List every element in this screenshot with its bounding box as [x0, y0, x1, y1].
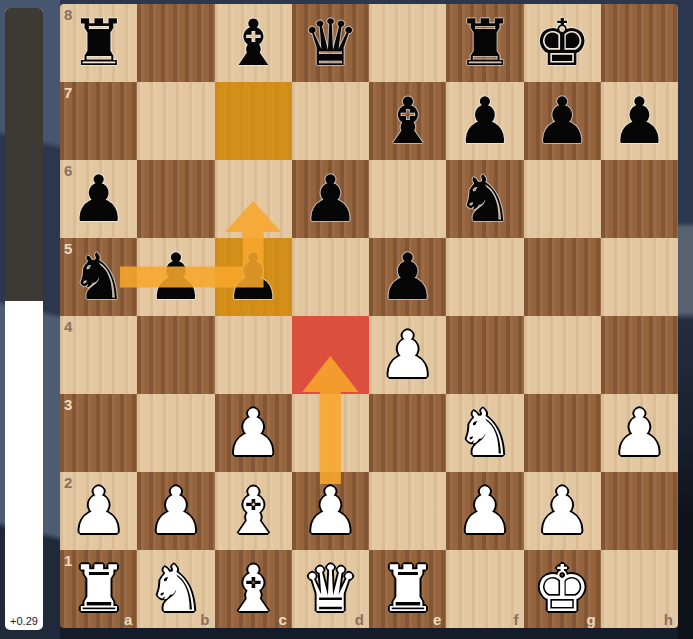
- piece-white-pawn-a2[interactable]: ♟: [60, 472, 137, 550]
- square-a6[interactable]: 6♟: [60, 160, 137, 238]
- square-c7[interactable]: [215, 82, 292, 160]
- square-h6[interactable]: [601, 160, 678, 238]
- piece-white-pawn-b2[interactable]: ♟: [137, 472, 214, 550]
- evaluation-score: +0.29: [5, 615, 43, 627]
- square-c3[interactable]: ♟: [215, 394, 292, 472]
- piece-black-pawn-f7[interactable]: ♟: [446, 82, 523, 160]
- square-f8[interactable]: ♜: [446, 4, 523, 82]
- square-a8[interactable]: 8♜: [60, 4, 137, 82]
- rank-label-7: 7: [64, 84, 72, 101]
- piece-black-bishop-e7[interactable]: ♝: [369, 82, 446, 160]
- square-h1[interactable]: h: [601, 550, 678, 628]
- square-h4[interactable]: [601, 316, 678, 394]
- square-g2[interactable]: ♟: [524, 472, 601, 550]
- square-f7[interactable]: ♟: [446, 82, 523, 160]
- piece-black-knight-f6[interactable]: ♞: [446, 160, 523, 238]
- piece-white-pawn-c3[interactable]: ♟: [215, 394, 292, 472]
- square-c1[interactable]: c♝: [215, 550, 292, 628]
- piece-black-rook-a8[interactable]: ♜: [60, 4, 137, 82]
- square-g3[interactable]: [524, 394, 601, 472]
- piece-black-pawn-b5[interactable]: ♟: [137, 238, 214, 316]
- evaluation-bar: +0.29: [5, 8, 43, 630]
- square-h2[interactable]: [601, 472, 678, 550]
- background-art-right-strip: [678, 0, 693, 639]
- piece-black-rook-f8[interactable]: ♜: [446, 4, 523, 82]
- piece-white-king-g1[interactable]: ♚: [524, 550, 601, 628]
- file-label-h: h: [664, 611, 673, 628]
- piece-black-king-g8[interactable]: ♚: [524, 4, 601, 82]
- square-c8[interactable]: ♝: [215, 4, 292, 82]
- square-d2[interactable]: ♟: [292, 472, 369, 550]
- square-h8[interactable]: [601, 4, 678, 82]
- square-d1[interactable]: d♛: [292, 550, 369, 628]
- piece-black-pawn-c5[interactable]: ♟: [215, 238, 292, 316]
- square-c2[interactable]: ♝: [215, 472, 292, 550]
- piece-white-rook-e1[interactable]: ♜: [369, 550, 446, 628]
- file-label-f: f: [514, 611, 519, 628]
- square-c5[interactable]: ♟: [215, 238, 292, 316]
- square-d3[interactable]: [292, 394, 369, 472]
- square-d4[interactable]: [292, 316, 369, 394]
- analysis-page: +0.29 8♜♝♛♜♚7♝♟♟♟6♟♟♞5♞♟♟♟4♟3♟♞♟2♟♟♝♟♟♟1…: [0, 0, 693, 639]
- square-b4[interactable]: [137, 316, 214, 394]
- square-a1[interactable]: 1a♜: [60, 550, 137, 628]
- square-c4[interactable]: [215, 316, 292, 394]
- square-f6[interactable]: ♞: [446, 160, 523, 238]
- piece-black-bishop-c8[interactable]: ♝: [215, 4, 292, 82]
- piece-white-pawn-e4[interactable]: ♟: [369, 316, 446, 394]
- piece-black-knight-a5[interactable]: ♞: [60, 238, 137, 316]
- square-b5[interactable]: ♟: [137, 238, 214, 316]
- square-b3[interactable]: [137, 394, 214, 472]
- square-b6[interactable]: [137, 160, 214, 238]
- square-g5[interactable]: [524, 238, 601, 316]
- square-g1[interactable]: g♚: [524, 550, 601, 628]
- evaluation-bar-black-portion: [5, 8, 43, 301]
- rank-label-3: 3: [64, 396, 72, 413]
- square-e2[interactable]: [369, 472, 446, 550]
- piece-white-pawn-d2[interactable]: ♟: [292, 472, 369, 550]
- square-g8[interactable]: ♚: [524, 4, 601, 82]
- square-e3[interactable]: [369, 394, 446, 472]
- square-a4[interactable]: 4: [60, 316, 137, 394]
- piece-black-pawn-d6[interactable]: ♟: [292, 160, 369, 238]
- square-f2[interactable]: ♟: [446, 472, 523, 550]
- rank-label-4: 4: [64, 318, 72, 335]
- square-d5[interactable]: [292, 238, 369, 316]
- square-d7[interactable]: [292, 82, 369, 160]
- square-e8[interactable]: [369, 4, 446, 82]
- piece-white-rook-a1[interactable]: ♜: [60, 550, 137, 628]
- piece-black-pawn-h7[interactable]: ♟: [601, 82, 678, 160]
- square-a3[interactable]: 3: [60, 394, 137, 472]
- piece-white-pawn-g2[interactable]: ♟: [524, 472, 601, 550]
- square-a2[interactable]: 2♟: [60, 472, 137, 550]
- square-h5[interactable]: [601, 238, 678, 316]
- square-e1[interactable]: e♜: [369, 550, 446, 628]
- piece-white-bishop-c1[interactable]: ♝: [215, 550, 292, 628]
- square-b1[interactable]: b♞: [137, 550, 214, 628]
- square-h3[interactable]: ♟: [601, 394, 678, 472]
- square-d8[interactable]: ♛: [292, 4, 369, 82]
- square-f5[interactable]: [446, 238, 523, 316]
- evaluation-bar-white-portion: +0.29: [5, 301, 43, 630]
- square-e6[interactable]: [369, 160, 446, 238]
- square-f3[interactable]: ♞: [446, 394, 523, 472]
- square-c6[interactable]: [215, 160, 292, 238]
- piece-white-bishop-c2[interactable]: ♝: [215, 472, 292, 550]
- chess-board: 8♜♝♛♜♚7♝♟♟♟6♟♟♞5♞♟♟♟4♟3♟♞♟2♟♟♝♟♟♟1a♜b♞c♝…: [60, 4, 678, 628]
- square-f4[interactable]: [446, 316, 523, 394]
- square-g7[interactable]: ♟: [524, 82, 601, 160]
- piece-white-pawn-h3[interactable]: ♟: [601, 394, 678, 472]
- square-d6[interactable]: ♟: [292, 160, 369, 238]
- piece-black-pawn-g7[interactable]: ♟: [524, 82, 601, 160]
- square-a5[interactable]: 5♞: [60, 238, 137, 316]
- piece-black-pawn-a6[interactable]: ♟: [60, 160, 137, 238]
- piece-white-knight-f3[interactable]: ♞: [446, 394, 523, 472]
- square-b7[interactable]: [137, 82, 214, 160]
- piece-white-knight-b1[interactable]: ♞: [137, 550, 214, 628]
- square-b8[interactable]: [137, 4, 214, 82]
- square-g6[interactable]: [524, 160, 601, 238]
- square-b2[interactable]: ♟: [137, 472, 214, 550]
- piece-black-queen-d8[interactable]: ♛: [292, 4, 369, 82]
- square-e7[interactable]: ♝: [369, 82, 446, 160]
- piece-white-pawn-f2[interactable]: ♟: [446, 472, 523, 550]
- square-a7[interactable]: 7: [60, 82, 137, 160]
- square-g4[interactable]: [524, 316, 601, 394]
- square-e4[interactable]: ♟: [369, 316, 446, 394]
- square-f1[interactable]: f: [446, 550, 523, 628]
- piece-white-queen-d1[interactable]: ♛: [292, 550, 369, 628]
- piece-black-pawn-e5[interactable]: ♟: [369, 238, 446, 316]
- square-e5[interactable]: ♟: [369, 238, 446, 316]
- square-h7[interactable]: ♟: [601, 82, 678, 160]
